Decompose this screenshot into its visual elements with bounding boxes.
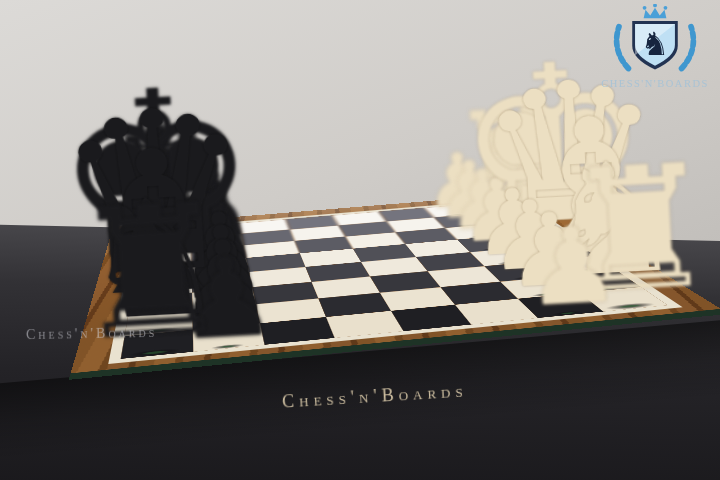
brand-logo-text: Chess'n'Boards <box>594 78 716 89</box>
board-inner-border: ♜♟♟♜♞♟♟♞♝♟♟♝♚♟♟♚♛♟♟♛♝♟♟♝♞♟♟♞♜♟♟♜ <box>108 198 682 364</box>
crown-icon <box>643 4 668 18</box>
chess-board: ♜♟♟♜♞♟♟♞♝♟♟♝♚♟♟♚♛♟♟♛♝♟♟♝♞♟♟♞♜♟♟♜ <box>69 192 720 379</box>
knight-icon: ♞ <box>641 25 670 63</box>
photo-scene: ♜♟♟♜♞♟♟♞♝♟♟♝♚♟♟♚♛♟♟♛♝♟♟♝♞♟♟♞♜♟♟♜ Chess'n… <box>0 0 720 480</box>
laurel-left-icon <box>617 27 629 69</box>
brand-logo: ♞ Chess'n'Boards <box>594 4 716 89</box>
brand-logo-emblem: ♞ <box>597 4 713 78</box>
square-h2: ♟ <box>518 293 603 318</box>
board-squares-grid: ♜♟♟♜♞♟♟♞♝♟♟♝♚♟♟♚♛♟♟♛♝♟♟♝♞♟♟♞♜♟♟♜ <box>121 200 668 359</box>
white-pawn-h2: ♟ <box>464 208 681 325</box>
board-frame: ♜♟♟♜♞♟♟♞♝♟♟♝♚♟♟♚♛♟♟♛♝♟♟♝♞♟♟♞♜♟♟♜ <box>69 192 720 379</box>
watermark-board-text: Chess'n'Boards <box>26 325 158 343</box>
laurel-right-icon <box>682 27 694 69</box>
